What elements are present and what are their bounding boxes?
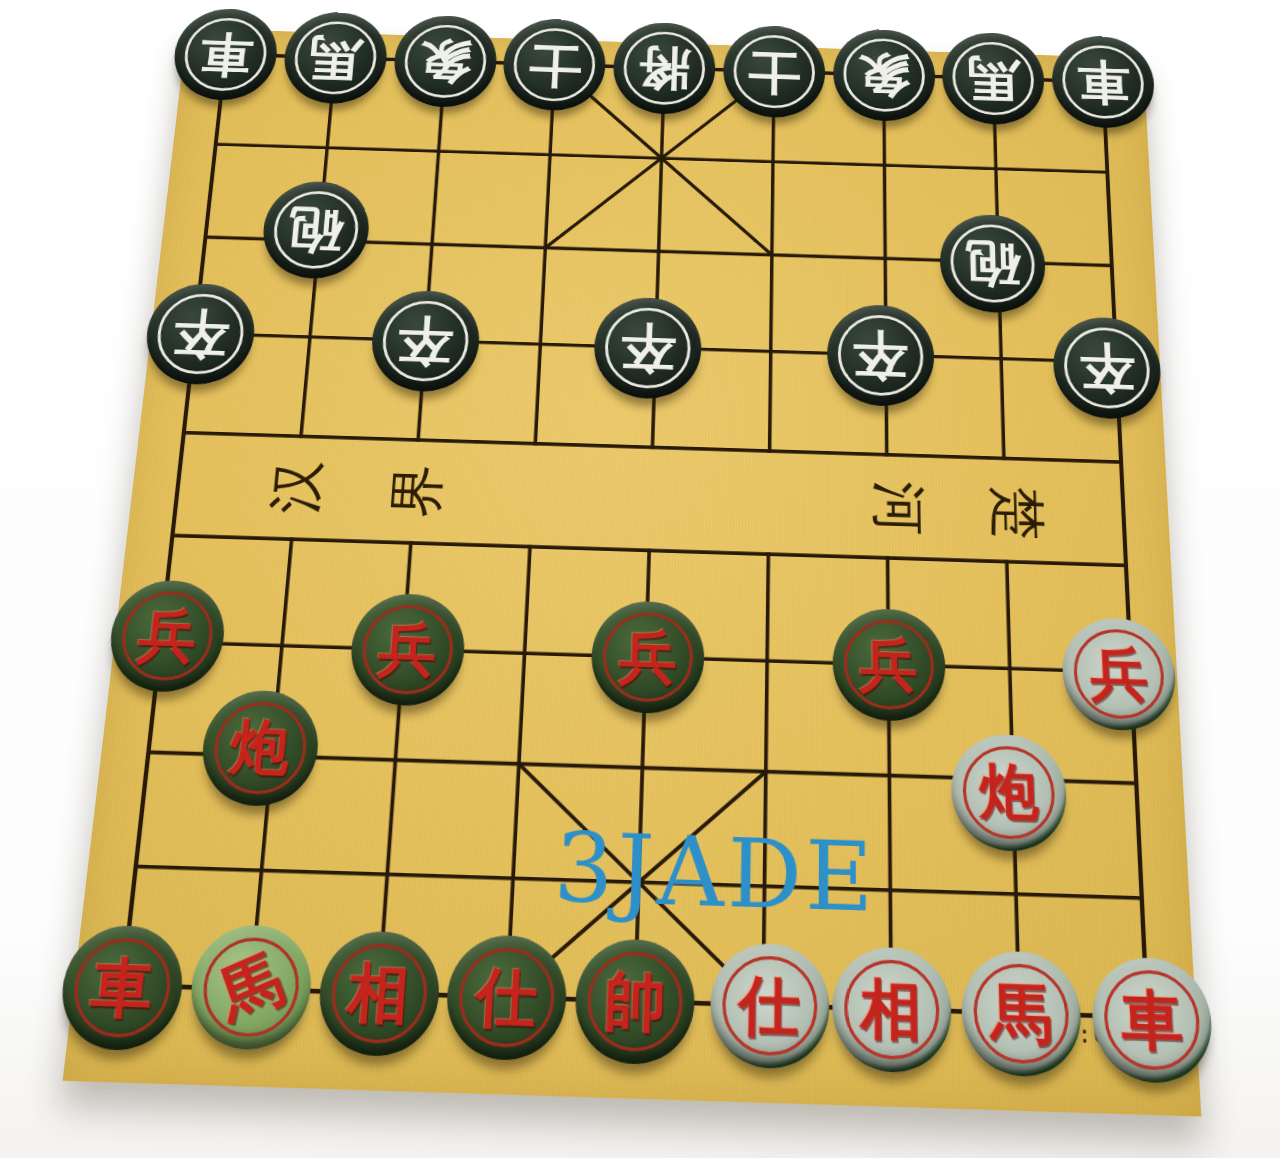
piece-glyph: 馬 <box>212 945 291 1029</box>
piece-glyph: 士 <box>527 40 582 89</box>
piece-glyph: 仕 <box>738 972 800 1038</box>
piece-glyph: 砲 <box>286 204 345 256</box>
piece-glyph: 兵 <box>376 620 438 679</box>
piece-glyph: 卒 <box>396 314 455 368</box>
piece-glyph: 炮 <box>228 717 293 778</box>
piece-glyph: 帥 <box>603 968 667 1034</box>
piece-glyph: 士 <box>747 47 800 96</box>
river-label-he: 河 <box>871 480 927 536</box>
piece-glyph: 砲 <box>965 238 1021 290</box>
piece-glyph: 卒 <box>1078 341 1136 395</box>
pieces-layer: 車馬象士將士象馬車砲砲卒卒卒卒卒兵兵兵兵兵炮炮車馬相仕帥仕相馬車 <box>187 28 1143 58</box>
piece-glyph: 相 <box>346 960 412 1026</box>
piece-glyph: 相 <box>860 976 922 1042</box>
piece-glyph: 將 <box>637 44 691 93</box>
piece-glyph: 馬 <box>990 980 1053 1046</box>
piece-glyph: 兵 <box>859 635 918 695</box>
piece-glyph: 車 <box>1120 987 1185 1054</box>
river-label-han: 汉 <box>266 459 327 514</box>
piece-glyph: 車 <box>197 30 255 79</box>
board-cloth: 汉 界 河 楚 3JADE 0:66 車馬象士將士象馬車砲砲卒卒卒卒卒兵兵兵兵兵… <box>63 28 1202 1116</box>
watermark-3jade: 3JADE <box>552 821 876 927</box>
piece-glyph: 卒 <box>170 307 231 361</box>
piece-glyph: 車 <box>88 954 157 1020</box>
piece-glyph: 象 <box>857 51 910 100</box>
piece-glyph: 馬 <box>307 33 364 82</box>
piece-glyph: 卒 <box>619 321 676 375</box>
piece-glyph: 兵 <box>1089 644 1150 704</box>
piece-glyph: 車 <box>1076 57 1131 106</box>
river-label-jie: 界 <box>387 463 447 519</box>
piece-glyph: 兵 <box>618 628 678 688</box>
piece-glyph: 仕 <box>474 964 539 1030</box>
piece-glyph: 卒 <box>852 328 908 382</box>
piece-glyph: 馬 <box>967 54 1021 103</box>
piece-glyph: 兵 <box>135 607 199 666</box>
river-label-chu: 楚 <box>989 486 1046 542</box>
piece-glyph: 象 <box>417 37 473 86</box>
piece-glyph: 炮 <box>979 761 1040 823</box>
photo-scene: 汉 界 河 楚 3JADE 0:66 車馬象士將士象馬車砲砲卒卒卒卒卒兵兵兵兵兵… <box>0 0 1280 1158</box>
